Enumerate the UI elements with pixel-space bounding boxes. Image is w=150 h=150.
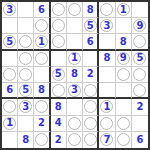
cell-digit: 3 xyxy=(103,20,110,30)
cell-digit: 6 xyxy=(136,134,143,144)
odd-mark-circle xyxy=(19,52,32,65)
cell-r2c7[interactable]: 3 xyxy=(99,18,115,34)
cell-r1c7[interactable] xyxy=(99,2,115,18)
cell-digit: 5 xyxy=(136,53,143,63)
cell-r9c5[interactable] xyxy=(67,132,83,148)
cell-r1c5[interactable] xyxy=(67,2,83,18)
odd-mark-circle xyxy=(68,117,81,130)
cell-digit: 8 xyxy=(120,36,127,46)
cell-r3c1[interactable]: 5 xyxy=(2,34,18,50)
cell-r7c3[interactable] xyxy=(34,99,50,115)
cell-r6c5[interactable]: 3 xyxy=(67,83,83,99)
cell-digit: 5 xyxy=(55,69,62,79)
cell-r8c6[interactable] xyxy=(83,116,99,132)
cell-r5c2[interactable] xyxy=(18,67,34,83)
odd-mark-circle: 3 xyxy=(100,19,113,32)
cell-digit: 2 xyxy=(38,118,45,128)
cell-r6c1[interactable]: 6 xyxy=(2,83,18,99)
cell-r3c8[interactable]: 8 xyxy=(116,34,132,50)
cell-r2c8[interactable] xyxy=(116,18,132,34)
cell-r3c9[interactable] xyxy=(132,34,148,50)
odd-mark-circle xyxy=(117,68,130,81)
cell-r4c4[interactable] xyxy=(51,51,67,67)
cell-r7c1[interactable] xyxy=(2,99,18,115)
cell-r7c6[interactable] xyxy=(83,99,99,115)
cell-digit: 8 xyxy=(22,134,29,144)
odd-mark-circle: 3 xyxy=(19,100,32,113)
cell-digit: 3 xyxy=(6,4,13,14)
cell-r3c7[interactable] xyxy=(99,34,115,50)
cell-r7c7[interactable]: 1 xyxy=(99,99,115,115)
odd-mark-circle xyxy=(133,35,146,48)
cell-r5c9[interactable] xyxy=(132,67,148,83)
cell-digit: 8 xyxy=(71,69,78,79)
cell-r2c5[interactable] xyxy=(67,18,83,34)
cell-digit: 1 xyxy=(120,4,127,14)
odd-mark-circle: 5 xyxy=(133,52,146,65)
cell-r2c3[interactable] xyxy=(34,18,50,34)
cell-r1c4[interactable] xyxy=(51,2,67,18)
odd-mark-circle: 1 xyxy=(3,117,16,130)
cell-r4c2[interactable] xyxy=(18,51,34,67)
cell-r1c6[interactable]: 8 xyxy=(83,2,99,18)
odd-mark-circle: 5 xyxy=(19,84,32,97)
cell-digit: 8 xyxy=(87,4,94,14)
cell-digit: 7 xyxy=(103,134,110,144)
cell-r9c6[interactable] xyxy=(83,132,99,148)
cell-r9c8[interactable] xyxy=(116,132,132,148)
cell-r9c7[interactable]: 7 xyxy=(99,132,115,148)
cell-digit: 6 xyxy=(38,4,45,14)
odd-mark-circle: 1 xyxy=(100,100,113,113)
odd-mark-circle: 1 xyxy=(35,35,48,48)
cell-digit: 4 xyxy=(55,118,62,128)
cell-r6c9[interactable] xyxy=(132,83,148,99)
cell-r5c1[interactable] xyxy=(2,67,18,83)
cell-digit: 9 xyxy=(136,20,143,30)
odd-mark-circle xyxy=(68,3,81,16)
cell-digit: 5 xyxy=(6,36,13,46)
cell-r9c4[interactable]: 2 xyxy=(51,132,67,148)
cell-r2c1[interactable] xyxy=(2,18,18,34)
odd-mark-circle xyxy=(35,52,48,65)
cell-r8c4[interactable]: 4 xyxy=(51,116,67,132)
cell-r5c6[interactable]: 2 xyxy=(83,67,99,83)
cell-r4c1[interactable] xyxy=(2,51,18,67)
odd-mark-circle xyxy=(52,3,65,16)
cell-r2c2[interactable] xyxy=(18,18,34,34)
odd-mark-circle xyxy=(117,117,130,130)
cell-r7c9[interactable]: 2 xyxy=(132,99,148,115)
cell-r8c3[interactable]: 2 xyxy=(34,116,50,132)
cell-digit: 2 xyxy=(55,134,62,144)
cell-digit: 6 xyxy=(87,36,94,46)
cell-r7c8[interactable] xyxy=(116,99,132,115)
odd-mark-circle xyxy=(84,100,97,113)
odd-mark-circle xyxy=(100,3,113,16)
cell-r5c3[interactable] xyxy=(34,67,50,83)
odd-mark-circle xyxy=(84,117,97,130)
odd-mark-circle xyxy=(117,133,130,146)
cell-r4c8[interactable]: 9 xyxy=(116,51,132,67)
cell-r1c2[interactable] xyxy=(18,2,34,18)
odd-mark-circle: 9 xyxy=(133,19,146,32)
cell-digit: 5 xyxy=(87,20,94,30)
cell-r6c4[interactable] xyxy=(51,83,67,99)
odd-mark-circle xyxy=(52,35,65,48)
cell-r6c3[interactable]: 8 xyxy=(34,83,50,99)
odd-mark-circle xyxy=(133,68,146,81)
cell-r1c8[interactable]: 1 xyxy=(116,2,132,18)
cell-r7c4[interactable]: 8 xyxy=(51,99,67,115)
cell-digit: 9 xyxy=(120,53,127,63)
odd-mark-circle: 3 xyxy=(68,84,81,97)
odd-mark-circle: 3 xyxy=(3,3,16,16)
odd-mark-circle xyxy=(52,84,65,97)
cell-digit: 6 xyxy=(6,85,13,95)
odd-mark-circle xyxy=(84,84,97,97)
cell-r2c9[interactable]: 9 xyxy=(132,18,148,34)
odd-mark-circle: 1 xyxy=(68,52,81,65)
odd-mark-circle xyxy=(68,133,81,146)
odd-mark-circle xyxy=(84,133,97,146)
cell-r2c6[interactable]: 5 xyxy=(83,18,99,34)
cell-r8c1[interactable]: 1 xyxy=(2,116,18,132)
cell-digit: 2 xyxy=(136,101,143,111)
cell-r9c9[interactable]: 6 xyxy=(132,132,148,148)
cell-digit: 1 xyxy=(103,101,110,111)
cell-digit: 8 xyxy=(55,101,62,111)
cell-r5c8[interactable] xyxy=(116,67,132,83)
odd-mark-circle: 5 xyxy=(84,19,97,32)
cell-digit: 3 xyxy=(71,85,78,95)
cell-r4c7[interactable]: 8 xyxy=(99,51,115,67)
cell-r8c7[interactable] xyxy=(99,116,115,132)
cell-r4c6[interactable] xyxy=(83,51,99,67)
cell-digit: 5 xyxy=(22,85,29,95)
cell-r5c5[interactable]: 8 xyxy=(67,67,83,83)
cell-r9c3[interactable] xyxy=(34,132,50,148)
cell-r7c5[interactable] xyxy=(67,99,83,115)
odd-mark-circle xyxy=(52,19,65,32)
cell-r6c7[interactable] xyxy=(99,83,115,99)
cell-r4c3[interactable] xyxy=(34,51,50,67)
cell-r2c4[interactable] xyxy=(51,18,67,34)
cell-digit: 1 xyxy=(71,53,78,63)
cell-r7c2[interactable]: 3 xyxy=(18,99,34,115)
cell-r4c9[interactable]: 5 xyxy=(132,51,148,67)
cell-r3c4[interactable] xyxy=(51,34,67,50)
sudoku-board: 368153951681895582658338121248276 xyxy=(0,0,150,150)
cell-digit: 3 xyxy=(22,101,29,111)
odd-mark-circle: 5 xyxy=(52,68,65,81)
cell-digit: 8 xyxy=(38,85,45,95)
cell-r3c6[interactable]: 6 xyxy=(83,34,99,50)
cell-r5c4[interactable]: 5 xyxy=(51,67,67,83)
cell-r3c5[interactable] xyxy=(67,34,83,50)
odd-mark-circle xyxy=(19,68,32,81)
cell-r5c7[interactable] xyxy=(99,67,115,83)
cell-r8c9[interactable] xyxy=(132,116,148,132)
odd-mark-circle xyxy=(35,100,48,113)
odd-mark-circle xyxy=(100,117,113,130)
cell-r8c5[interactable] xyxy=(67,116,83,132)
cell-r3c3[interactable]: 1 xyxy=(34,34,50,50)
cell-r6c2[interactable]: 5 xyxy=(18,83,34,99)
cell-r1c9[interactable] xyxy=(132,2,148,18)
odd-mark-circle: 1 xyxy=(117,3,130,16)
odd-mark-circle xyxy=(35,19,48,32)
cell-r4c5[interactable]: 1 xyxy=(67,51,83,67)
cell-digit: 1 xyxy=(38,36,45,46)
cell-r8c2[interactable] xyxy=(18,116,34,132)
cell-digit: 1 xyxy=(6,118,13,128)
odd-mark-circle xyxy=(3,100,16,113)
odd-mark-circle xyxy=(133,84,146,97)
odd-mark-circle: 9 xyxy=(117,52,130,65)
cell-r1c3[interactable]: 6 xyxy=(34,2,50,18)
cell-r3c2[interactable] xyxy=(18,34,34,50)
cell-r6c8[interactable] xyxy=(116,83,132,99)
cell-r9c2[interactable]: 8 xyxy=(18,132,34,148)
cell-r1c1[interactable]: 3 xyxy=(2,2,18,18)
cell-digit: 8 xyxy=(103,53,110,63)
cell-digit: 2 xyxy=(87,69,94,79)
odd-mark-circle xyxy=(35,133,48,146)
odd-mark-circle xyxy=(3,68,16,81)
odd-mark-circle: 7 xyxy=(100,133,113,146)
odd-mark-circle xyxy=(19,35,32,48)
odd-mark-circle: 5 xyxy=(3,35,16,48)
cell-r9c1[interactable] xyxy=(2,132,18,148)
cell-r8c8[interactable] xyxy=(116,116,132,132)
cell-r6c6[interactable] xyxy=(83,83,99,99)
